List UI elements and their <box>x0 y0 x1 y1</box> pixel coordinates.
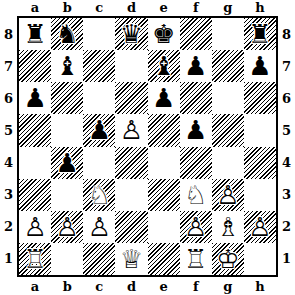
piece-wR-a1: ♜♖ <box>19 243 51 275</box>
square-e8[interactable]: ♚ <box>148 18 180 50</box>
square-e4[interactable] <box>148 147 180 179</box>
piece-wP-c2: ♟♙ <box>83 211 115 243</box>
rank-label-5: 5 <box>0 114 17 146</box>
square-e7[interactable]: ♝ <box>148 50 180 82</box>
piece-glyph: ♜ <box>248 21 271 47</box>
piece-glyph: ♘ <box>184 182 207 208</box>
square-f5[interactable]: ♟ <box>180 114 212 146</box>
piece-glyph: ♟ <box>23 85 46 111</box>
piece-glyph: ♜ <box>23 21 46 47</box>
square-d4[interactable] <box>115 147 147 179</box>
piece-glyph: ♝ <box>56 53 79 79</box>
file-label-a: a <box>19 0 51 15</box>
square-d3[interactable] <box>115 179 147 211</box>
square-e2[interactable] <box>148 211 180 243</box>
piece-glyph: ♚ <box>152 21 175 47</box>
piece-glyph: ♙ <box>56 214 79 240</box>
square-h4[interactable] <box>244 147 276 179</box>
piece-bP-e6: ♟ <box>148 82 180 114</box>
square-f1[interactable]: ♜♖ <box>180 243 212 275</box>
square-h2[interactable]: ♟♙ <box>244 211 276 243</box>
piece-bP-b4: ♟ <box>51 147 83 179</box>
square-g3[interactable]: ♟♙ <box>212 179 244 211</box>
rank-label-5: 5 <box>278 114 295 146</box>
piece-glyph: ♔ <box>216 246 239 272</box>
piece-wN-f3: ♞♘ <box>180 179 212 211</box>
square-e1[interactable] <box>148 243 180 275</box>
square-e6[interactable]: ♟ <box>148 82 180 114</box>
file-label-d: d <box>115 278 147 295</box>
piece-glyph: ♙ <box>248 214 271 240</box>
file-label-e: e <box>148 278 180 295</box>
chess-diagram: abcdefgh 87654321 ♜♞♛♚♜♝♝♟♟♟♟♟♟♙♟♟♞♘♞♘♟♙… <box>0 0 295 295</box>
square-d8[interactable]: ♛ <box>115 18 147 50</box>
square-b2[interactable]: ♟♙ <box>51 211 83 243</box>
piece-wP-h2: ♟♙ <box>244 211 276 243</box>
piece-glyph: ♟ <box>184 53 207 79</box>
piece-glyph: ♟ <box>184 117 207 143</box>
rank-label-6: 6 <box>278 82 295 114</box>
rank-label-2: 2 <box>0 211 17 243</box>
piece-glyph: ♙ <box>23 214 46 240</box>
square-b4[interactable]: ♟ <box>51 147 83 179</box>
file-label-f: f <box>180 278 212 295</box>
file-labels-top: abcdefgh <box>19 0 276 15</box>
rank-label-3: 3 <box>0 179 17 211</box>
piece-wP-f2: ♟♙ <box>180 211 212 243</box>
square-a6[interactable]: ♟ <box>19 82 51 114</box>
piece-bP-f7: ♟ <box>180 50 212 82</box>
piece-bP-a6: ♟ <box>19 82 51 114</box>
file-label-e: e <box>148 0 180 15</box>
square-h7[interactable]: ♟ <box>244 50 276 82</box>
piece-glyph: ♝ <box>152 53 175 79</box>
piece-wP-d5: ♟♙ <box>115 114 147 146</box>
square-e5[interactable] <box>148 114 180 146</box>
square-c1[interactable] <box>83 243 115 275</box>
piece-bB-b7: ♝ <box>51 50 83 82</box>
piece-glyph: ♞ <box>56 21 79 47</box>
square-c6[interactable] <box>83 82 115 114</box>
square-f8[interactable] <box>180 18 212 50</box>
piece-bK-e8: ♚ <box>148 18 180 50</box>
piece-glyph: ♟ <box>56 150 79 176</box>
file-labels-bottom: abcdefgh <box>19 278 276 295</box>
file-label-h: h <box>244 0 276 15</box>
piece-glyph: ♟ <box>248 53 271 79</box>
rank-label-3: 3 <box>278 179 295 211</box>
piece-glyph: ♖ <box>184 246 207 272</box>
piece-wP-b2: ♟♙ <box>51 211 83 243</box>
square-a8[interactable]: ♜ <box>19 18 51 50</box>
chess-board: ♜♞♛♚♜♝♝♟♟♟♟♟♟♙♟♟♞♘♞♘♟♙♟♙♟♙♟♙♟♙♝♗♟♙♜♖♛♕♜♖… <box>17 16 278 277</box>
piece-wP-a2: ♟♙ <box>19 211 51 243</box>
rank-label-4: 4 <box>278 147 295 179</box>
square-a3[interactable] <box>19 179 51 211</box>
square-h3[interactable] <box>244 179 276 211</box>
piece-wQ-d1: ♛♕ <box>115 243 147 275</box>
piece-glyph: ♙ <box>88 214 111 240</box>
file-label-g: g <box>212 278 244 295</box>
file-label-a: a <box>19 278 51 295</box>
square-g8[interactable] <box>212 18 244 50</box>
piece-bP-h7: ♟ <box>244 50 276 82</box>
piece-wK-g1: ♚♔ <box>212 243 244 275</box>
piece-glyph: ♙ <box>184 214 207 240</box>
square-b7[interactable]: ♝ <box>51 50 83 82</box>
square-a5[interactable] <box>19 114 51 146</box>
square-c8[interactable] <box>83 18 115 50</box>
square-h1[interactable] <box>244 243 276 275</box>
piece-glyph: ♕ <box>120 246 143 272</box>
square-h6[interactable] <box>244 82 276 114</box>
piece-bP-c5: ♟ <box>83 114 115 146</box>
piece-wR-f1: ♜♖ <box>180 243 212 275</box>
piece-glyph: ♙ <box>216 182 239 208</box>
piece-glyph: ♛ <box>120 21 143 47</box>
piece-glyph: ♟ <box>88 117 111 143</box>
file-label-c: c <box>83 0 115 15</box>
piece-bN-b8: ♞ <box>51 18 83 50</box>
file-label-b: b <box>51 0 83 15</box>
square-c4[interactable] <box>83 147 115 179</box>
square-c3[interactable]: ♞♘ <box>83 179 115 211</box>
square-c5[interactable]: ♟ <box>83 114 115 146</box>
piece-glyph: ♘ <box>88 182 111 208</box>
rank-label-1: 1 <box>278 243 295 275</box>
square-g7[interactable] <box>212 50 244 82</box>
square-b8[interactable]: ♞ <box>51 18 83 50</box>
rank-label-1: 1 <box>0 243 17 275</box>
square-a7[interactable] <box>19 50 51 82</box>
piece-wP-g3: ♟♙ <box>212 179 244 211</box>
rank-label-2: 2 <box>278 211 295 243</box>
piece-glyph: ♙ <box>120 117 143 143</box>
rank-label-8: 8 <box>0 18 17 50</box>
file-label-d: d <box>115 0 147 15</box>
piece-glyph: ♖ <box>23 246 46 272</box>
square-f2[interactable]: ♟♙ <box>180 211 212 243</box>
square-f3[interactable]: ♞♘ <box>180 179 212 211</box>
square-d1[interactable]: ♛♕ <box>115 243 147 275</box>
square-g4[interactable] <box>212 147 244 179</box>
piece-bB-e7: ♝ <box>148 50 180 82</box>
file-label-b: b <box>51 278 83 295</box>
square-d5[interactable]: ♟♙ <box>115 114 147 146</box>
square-d2[interactable] <box>115 211 147 243</box>
square-e3[interactable] <box>148 179 180 211</box>
file-label-f: f <box>180 0 212 15</box>
square-b1[interactable] <box>51 243 83 275</box>
square-c2[interactable]: ♟♙ <box>83 211 115 243</box>
square-f6[interactable] <box>180 82 212 114</box>
square-d7[interactable] <box>115 50 147 82</box>
square-g5[interactable] <box>212 114 244 146</box>
piece-glyph: ♗ <box>216 214 239 240</box>
square-g1[interactable]: ♚♔ <box>212 243 244 275</box>
rank-label-6: 6 <box>0 82 17 114</box>
rank-label-7: 7 <box>0 50 17 82</box>
square-g2[interactable]: ♝♗ <box>212 211 244 243</box>
rank-labels-right: 87654321 <box>278 18 295 275</box>
square-g6[interactable] <box>212 82 244 114</box>
square-a1[interactable]: ♜♖ <box>19 243 51 275</box>
file-label-c: c <box>83 278 115 295</box>
square-d6[interactable] <box>115 82 147 114</box>
square-h8[interactable]: ♜ <box>244 18 276 50</box>
square-a4[interactable] <box>19 147 51 179</box>
square-a2[interactable]: ♟♙ <box>19 211 51 243</box>
square-c7[interactable] <box>83 50 115 82</box>
square-b5[interactable] <box>51 114 83 146</box>
piece-bR-a8: ♜ <box>19 18 51 50</box>
rank-label-7: 7 <box>278 50 295 82</box>
piece-bQ-d8: ♛ <box>115 18 147 50</box>
square-b3[interactable] <box>51 179 83 211</box>
rank-label-4: 4 <box>0 147 17 179</box>
square-f4[interactable] <box>180 147 212 179</box>
piece-bR-h8: ♜ <box>244 18 276 50</box>
file-label-g: g <box>212 0 244 15</box>
square-b6[interactable] <box>51 82 83 114</box>
square-h5[interactable] <box>244 114 276 146</box>
rank-label-8: 8 <box>278 18 295 50</box>
piece-glyph: ♟ <box>152 85 175 111</box>
piece-bP-f5: ♟ <box>180 114 212 146</box>
piece-wN-c3: ♞♘ <box>83 179 115 211</box>
piece-wB-g2: ♝♗ <box>212 211 244 243</box>
file-label-h: h <box>244 278 276 295</box>
rank-labels-left: 87654321 <box>0 18 17 275</box>
square-f7[interactable]: ♟ <box>180 50 212 82</box>
